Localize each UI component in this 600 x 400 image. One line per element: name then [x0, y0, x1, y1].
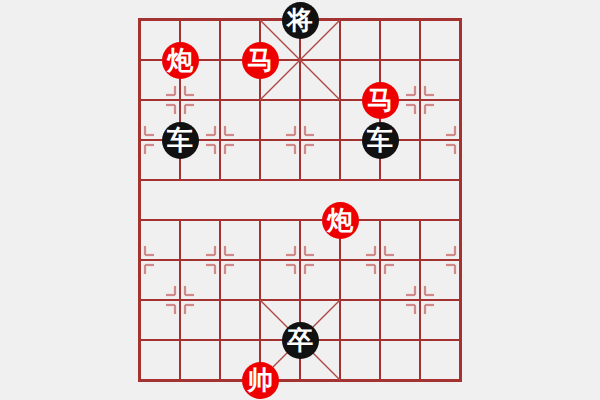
- xiangqi-board: 将炮马马车车炮卒帅: [0, 0, 600, 400]
- piece-black-chariot[interactable]: 车: [362, 122, 399, 159]
- square-f5-r5: 炮: [320, 200, 360, 240]
- square-f1-r3: 车: [160, 120, 200, 160]
- piece-red-general[interactable]: 帅: [242, 362, 279, 399]
- piece-red-cannon[interactable]: 炮: [162, 42, 199, 79]
- piece-black-chariot[interactable]: 车: [162, 122, 199, 159]
- piece-red-horse[interactable]: 马: [362, 82, 399, 119]
- square-f6-r2: 马: [360, 80, 400, 120]
- square-f4-r0: 将: [280, 0, 320, 40]
- square-f3-r1: 马: [240, 40, 280, 80]
- square-f1-r1: 炮: [160, 40, 200, 80]
- piece-red-horse[interactable]: 马: [242, 42, 279, 79]
- pieces-layer: 将炮马马车车炮卒帅: [120, 0, 480, 400]
- square-f6-r3: 车: [360, 120, 400, 160]
- square-f3-r9: 帅: [240, 360, 280, 400]
- piece-black-soldier[interactable]: 卒: [282, 322, 319, 359]
- square-f4-r8: 卒: [280, 320, 320, 360]
- piece-black-general[interactable]: 将: [282, 2, 319, 39]
- piece-red-cannon[interactable]: 炮: [322, 202, 359, 239]
